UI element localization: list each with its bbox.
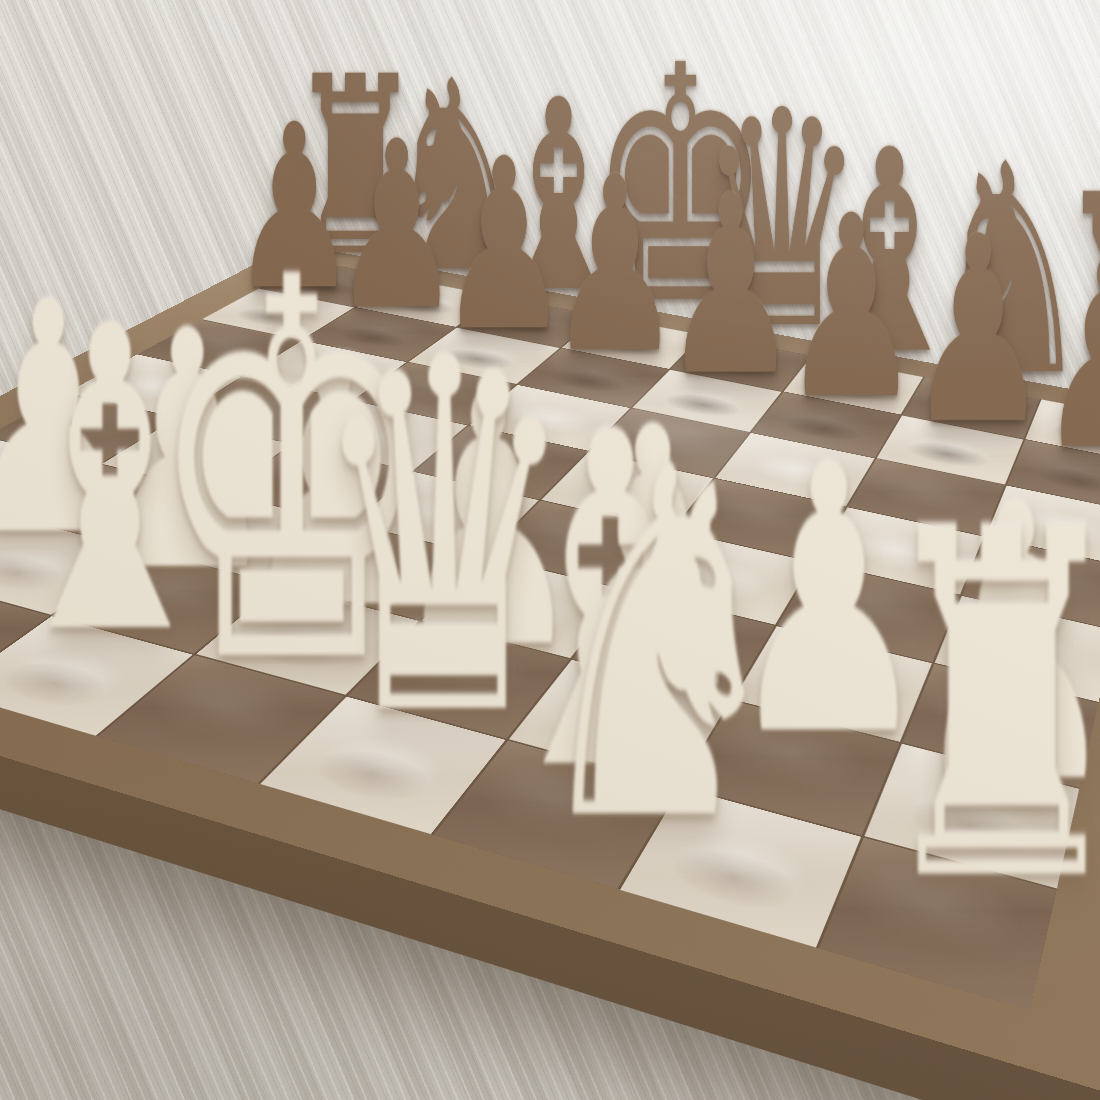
white-king-e1[interactable]: ♚ [146,213,258,736]
white-queen-d1[interactable]: ♛ [309,297,425,784]
scene: ♜♞♝♚♛♝♞♜♟♟♟♟♟♟♟♟♟♟♟♟♟♟♟♟♜♞♝♚♛♝♞♜ [0,0,1100,1100]
white-knight-b1[interactable]: ♞ [669,404,793,888]
chess-board: ♜♞♝♚♛♝♞♜♟♟♟♟♟♟♟♟♟♟♟♟♟♟♟♟♜♞♝♚♛♝♞♜ [0,244,1100,1094]
white-bishop-f1[interactable]: ♝ [0,273,102,692]
chess-set-photo: ♜♞♝♚♛♝♞♜♟♟♟♟♟♟♟♟♟♟♟♟♟♟♟♟♜♞♝♚♛♝♞♜ [0,0,1100,1100]
white-rook-a1[interactable]: ♜ [868,467,996,946]
square-a1[interactable]: ♜ [819,837,1057,1010]
board-grid: ♜♞♝♚♛♝♞♜♟♟♟♟♟♟♟♟♟♟♟♟♟♟♟♟♜♞♝♚♛♝♞♜ [0,261,1100,1011]
